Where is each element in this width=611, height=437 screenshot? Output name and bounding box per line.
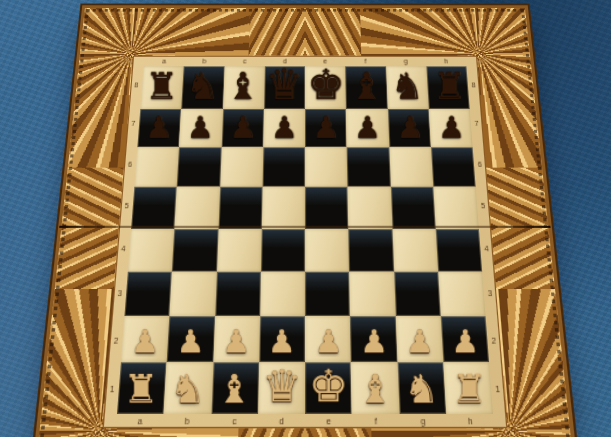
square-a8[interactable]: ♜ <box>140 66 184 109</box>
square-e3[interactable] <box>305 271 350 316</box>
white-bishop: ♝ <box>358 369 393 408</box>
square-b7[interactable]: ♟ <box>179 109 222 147</box>
file-label: d <box>258 414 305 428</box>
square-e6[interactable] <box>305 147 348 187</box>
square-e4[interactable] <box>305 228 349 271</box>
square-h8[interactable]: ♜ <box>426 66 470 109</box>
white-queen: ♛ <box>262 364 302 408</box>
square-c5[interactable] <box>218 187 262 228</box>
square-f7[interactable]: ♟ <box>346 109 389 147</box>
square-a4[interactable] <box>128 228 175 271</box>
square-f3[interactable] <box>349 271 395 316</box>
square-e8[interactable]: ♚ <box>305 66 346 109</box>
coordinate-frame: abcdefgh abcdefgh 87654321 87654321 ♜♞♝♛… <box>103 56 508 428</box>
square-c7[interactable]: ♟ <box>221 109 264 147</box>
square-a5[interactable] <box>131 187 177 228</box>
black-bishop: ♝ <box>227 69 260 106</box>
file-label: h <box>446 414 494 428</box>
square-h1[interactable]: ♜ <box>443 362 493 414</box>
square-c1[interactable]: ♝ <box>211 362 259 414</box>
black-bishop: ♝ <box>350 69 383 106</box>
square-b8[interactable]: ♞ <box>181 66 224 109</box>
black-pawn: ♟ <box>229 114 256 144</box>
white-pawn: ♟ <box>314 326 342 358</box>
square-a2[interactable]: ♟ <box>121 316 170 362</box>
square-g4[interactable] <box>392 228 438 271</box>
black-knight: ♞ <box>186 69 219 106</box>
black-pawn: ♟ <box>271 114 298 144</box>
black-queen: ♛ <box>266 63 304 105</box>
square-d1[interactable]: ♛ <box>258 362 305 414</box>
square-e5[interactable] <box>305 187 348 228</box>
chess-board: abcdefgh abcdefgh 87654321 87654321 ♜♞♝♛… <box>32 8 577 437</box>
square-f2[interactable]: ♟ <box>350 316 397 362</box>
square-h7[interactable]: ♟ <box>429 109 473 147</box>
square-a7[interactable]: ♟ <box>137 109 181 147</box>
board-grid: ♜♞♝♛♚♝♞♜♟♟♟♟♟♟♟♟♟♟♟♟♟♟♟♟♜♞♝♛♚♝♞♜ <box>117 66 493 414</box>
square-b4[interactable] <box>172 228 218 271</box>
file-labels-bottom: abcdefgh <box>116 414 494 428</box>
square-d6[interactable] <box>262 147 305 187</box>
file-label: b <box>163 414 211 428</box>
square-b1[interactable]: ♞ <box>164 362 213 414</box>
file-label: a <box>116 414 164 428</box>
white-knight: ♞ <box>170 369 205 408</box>
square-a1[interactable]: ♜ <box>117 362 167 414</box>
square-f1[interactable]: ♝ <box>351 362 399 414</box>
square-c4[interactable] <box>216 228 261 271</box>
black-rook: ♜ <box>432 69 465 106</box>
square-h4[interactable] <box>435 228 482 271</box>
white-pawn: ♟ <box>268 326 296 358</box>
square-d5[interactable] <box>262 187 305 228</box>
square-b5[interactable] <box>175 187 220 228</box>
white-pawn: ♟ <box>451 326 479 358</box>
black-pawn: ♟ <box>354 114 381 144</box>
square-h5[interactable] <box>433 187 479 228</box>
square-b3[interactable] <box>170 271 217 316</box>
black-king: ♚ <box>307 63 344 105</box>
square-g3[interactable] <box>394 271 441 316</box>
square-h2[interactable]: ♟ <box>440 316 489 362</box>
square-a3[interactable] <box>124 271 172 316</box>
white-king: ♚ <box>309 364 349 408</box>
black-pawn: ♟ <box>187 114 214 144</box>
photo-scene: abcdefgh abcdefgh 87654321 87654321 ♜♞♝♛… <box>0 0 611 437</box>
white-knight: ♞ <box>404 369 439 408</box>
black-knight: ♞ <box>391 69 424 106</box>
square-d8[interactable]: ♛ <box>264 66 305 109</box>
square-e2[interactable]: ♟ <box>305 316 351 362</box>
square-g1[interactable]: ♞ <box>397 362 446 414</box>
square-e1[interactable]: ♚ <box>305 362 352 414</box>
black-pawn: ♟ <box>438 114 465 144</box>
file-label: f <box>352 414 400 428</box>
square-d4[interactable] <box>261 228 305 271</box>
square-c8[interactable]: ♝ <box>223 66 265 109</box>
white-rook: ♜ <box>451 369 486 408</box>
white-pawn: ♟ <box>222 326 250 358</box>
square-g5[interactable] <box>390 187 435 228</box>
file-label: g <box>399 414 447 428</box>
square-g2[interactable]: ♟ <box>395 316 443 362</box>
white-bishop: ♝ <box>217 369 252 408</box>
file-label: e <box>305 414 352 428</box>
square-d7[interactable]: ♟ <box>263 109 305 147</box>
square-c2[interactable]: ♟ <box>213 316 260 362</box>
square-e7[interactable]: ♟ <box>305 109 347 147</box>
square-h3[interactable] <box>438 271 486 316</box>
white-pawn: ♟ <box>176 326 204 358</box>
square-f4[interactable] <box>348 228 393 271</box>
black-pawn: ♟ <box>145 114 172 144</box>
black-pawn: ♟ <box>313 114 340 144</box>
square-f8[interactable]: ♝ <box>345 66 387 109</box>
white-pawn: ♟ <box>130 326 158 358</box>
square-f5[interactable] <box>348 187 392 228</box>
white-pawn: ♟ <box>406 326 434 358</box>
square-d2[interactable]: ♟ <box>259 316 305 362</box>
black-rook: ♜ <box>145 69 178 106</box>
file-label: c <box>210 414 258 428</box>
square-d3[interactable] <box>260 271 305 316</box>
black-pawn: ♟ <box>396 114 423 144</box>
white-rook: ♜ <box>123 369 158 408</box>
square-c3[interactable] <box>215 271 261 316</box>
square-b2[interactable]: ♟ <box>167 316 215 362</box>
square-g8[interactable]: ♞ <box>386 66 429 109</box>
square-g7[interactable]: ♟ <box>387 109 430 147</box>
white-pawn: ♟ <box>360 326 388 358</box>
